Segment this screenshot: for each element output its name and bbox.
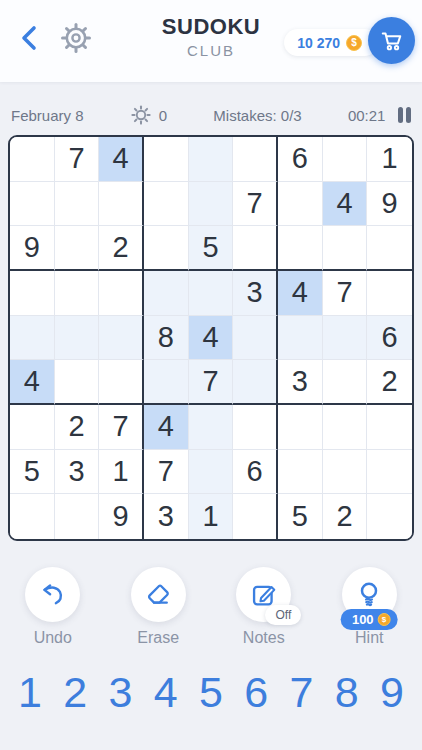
hint-coin-icon: $ xyxy=(378,613,391,626)
cell-r3c5[interactable]: 5 xyxy=(189,226,234,271)
toolbar: Undo Erase Off Notes xyxy=(0,567,422,647)
eraser-icon xyxy=(144,581,172,609)
cell-r5c5[interactable]: 4 xyxy=(189,316,234,361)
cell-r7c3[interactable]: 7 xyxy=(99,405,144,450)
cell-r9c4[interactable]: 3 xyxy=(144,494,189,539)
cell-r2c9[interactable]: 9 xyxy=(367,182,412,227)
hint-cost-amount: 100 xyxy=(352,612,374,627)
undo-circle xyxy=(25,567,80,622)
cell-r6c5[interactable]: 7 xyxy=(189,360,234,405)
cell-r8c6[interactable]: 6 xyxy=(233,450,278,495)
header: SUDOKU CLUB 10 270 $ xyxy=(0,0,422,82)
cell-r8c1[interactable]: 5 xyxy=(10,450,55,495)
cell-r9c2[interactable] xyxy=(55,494,100,539)
cell-r4c2[interactable] xyxy=(55,271,100,316)
cell-r9c7[interactable]: 5 xyxy=(278,494,323,539)
cell-r7c2[interactable]: 2 xyxy=(55,405,100,450)
numpad: 1 2 3 4 5 6 7 8 9 xyxy=(0,669,422,715)
cell-r7c1[interactable] xyxy=(10,405,55,450)
cell-r9c8[interactable]: 2 xyxy=(323,494,368,539)
cell-r7c6[interactable] xyxy=(233,405,278,450)
settings-button[interactable] xyxy=(58,20,94,56)
cell-r3c2[interactable] xyxy=(55,226,100,271)
coin-balance[interactable]: 10 270 $ xyxy=(284,29,378,56)
hint-label: Hint xyxy=(355,629,383,647)
cell-r5c6[interactable] xyxy=(233,316,278,361)
cell-r9c1[interactable] xyxy=(10,494,55,539)
pause-button[interactable] xyxy=(398,107,411,123)
cell-r1c6[interactable] xyxy=(233,137,278,182)
cell-r6c6[interactable] xyxy=(233,360,278,405)
cell-r5c2[interactable] xyxy=(55,316,100,361)
gear-icon xyxy=(58,20,94,56)
timer-label: 00:21 xyxy=(348,107,386,124)
cell-r4c4[interactable] xyxy=(144,271,189,316)
cell-r3c1[interactable]: 9 xyxy=(10,226,55,271)
cell-r1c2[interactable]: 7 xyxy=(55,137,100,182)
hint-button[interactable]: 100 $ Hint xyxy=(317,567,422,647)
cell-r4c8[interactable]: 7 xyxy=(323,271,368,316)
erase-circle xyxy=(131,567,186,622)
daily-challenge-counter: 0 xyxy=(130,104,167,126)
status-bar: February 8 0 Mistakes: 0/3 00:21 xyxy=(11,104,411,126)
cell-r7c4[interactable]: 4 xyxy=(144,405,189,450)
cell-r3c8[interactable] xyxy=(323,226,368,271)
cell-r6c3[interactable] xyxy=(99,360,144,405)
cell-r9c9[interactable] xyxy=(367,494,412,539)
mistakes-label: Mistakes: 0/3 xyxy=(213,107,301,124)
cell-r8c4[interactable]: 7 xyxy=(144,450,189,495)
sun-icon xyxy=(130,104,152,126)
hint-cost-badge: 100 $ xyxy=(341,609,398,630)
cell-r8c9[interactable] xyxy=(367,450,412,495)
undo-label: Undo xyxy=(34,629,72,647)
cell-r6c4[interactable] xyxy=(144,360,189,405)
erase-label: Erase xyxy=(137,629,179,647)
back-button[interactable] xyxy=(16,24,44,52)
daily-count-label: 0 xyxy=(159,107,167,124)
cell-r1c8[interactable] xyxy=(323,137,368,182)
cell-r1c4[interactable] xyxy=(144,137,189,182)
num-4[interactable]: 4 xyxy=(154,669,178,715)
erase-button[interactable]: Erase xyxy=(106,567,212,647)
cell-r4c9[interactable] xyxy=(367,271,412,316)
cell-r7c8[interactable] xyxy=(323,405,368,450)
hint-circle: 100 $ xyxy=(342,567,397,622)
cell-r2c3[interactable] xyxy=(99,182,144,227)
cell-r2c8[interactable]: 4 xyxy=(323,182,368,227)
cell-r7c7[interactable] xyxy=(278,405,323,450)
shop-button[interactable] xyxy=(368,17,415,64)
cell-r1c9[interactable]: 1 xyxy=(367,137,412,182)
num-9[interactable]: 9 xyxy=(380,669,404,715)
lightbulb-icon xyxy=(354,580,384,610)
cell-r3c6[interactable] xyxy=(233,226,278,271)
num-7[interactable]: 7 xyxy=(290,669,314,715)
cell-r3c4[interactable] xyxy=(144,226,189,271)
cell-r5c1[interactable] xyxy=(10,316,55,361)
notes-label: Notes xyxy=(243,629,285,647)
undo-button[interactable]: Undo xyxy=(0,567,106,647)
cell-r6c7[interactable]: 3 xyxy=(278,360,323,405)
num-3[interactable]: 3 xyxy=(109,669,133,715)
cell-r9c6[interactable] xyxy=(233,494,278,539)
cell-r9c3[interactable]: 9 xyxy=(99,494,144,539)
cell-r4c7[interactable]: 4 xyxy=(278,271,323,316)
back-chevron-icon xyxy=(16,24,44,52)
num-2[interactable]: 2 xyxy=(63,669,87,715)
cell-r4c5[interactable] xyxy=(189,271,234,316)
cell-r7c5[interactable] xyxy=(189,405,234,450)
cell-r6c2[interactable] xyxy=(55,360,100,405)
cell-r5c4[interactable]: 8 xyxy=(144,316,189,361)
notes-off-badge: Off xyxy=(265,605,301,625)
cell-r4c1[interactable] xyxy=(10,271,55,316)
cell-r5c3[interactable] xyxy=(99,316,144,361)
num-6[interactable]: 6 xyxy=(244,669,268,715)
cell-r8c5[interactable] xyxy=(189,450,234,495)
cell-r3c7[interactable] xyxy=(278,226,323,271)
cell-r6c9[interactable]: 2 xyxy=(367,360,412,405)
coin-amount: 10 270 xyxy=(297,35,340,51)
cell-r3c3[interactable]: 2 xyxy=(99,226,144,271)
board: 746174992534784647322745317693152 xyxy=(8,135,414,541)
cell-r5c8[interactable] xyxy=(323,316,368,361)
cell-r3c9[interactable] xyxy=(367,226,412,271)
cell-r1c7[interactable]: 6 xyxy=(278,137,323,182)
cell-r1c3[interactable]: 4 xyxy=(99,137,144,182)
cell-r4c3[interactable] xyxy=(99,271,144,316)
cell-r1c1[interactable] xyxy=(10,137,55,182)
num-8[interactable]: 8 xyxy=(335,669,359,715)
cell-r9c5[interactable]: 1 xyxy=(189,494,234,539)
num-5[interactable]: 5 xyxy=(199,669,223,715)
cell-r2c7[interactable] xyxy=(278,182,323,227)
cell-r2c6[interactable]: 7 xyxy=(233,182,278,227)
timer-group: 00:21 xyxy=(348,107,411,124)
undo-icon xyxy=(39,581,67,609)
cell-r8c2[interactable]: 3 xyxy=(55,450,100,495)
cell-r8c3[interactable]: 1 xyxy=(99,450,144,495)
cell-r5c9[interactable]: 6 xyxy=(367,316,412,361)
cart-icon xyxy=(379,28,405,54)
notes-circle: Off xyxy=(236,567,291,622)
notes-button[interactable]: Off Notes xyxy=(211,567,317,647)
cell-r8c7[interactable] xyxy=(278,450,323,495)
cell-r4c6[interactable]: 3 xyxy=(233,271,278,316)
cell-r2c1[interactable] xyxy=(10,182,55,227)
num-1[interactable]: 1 xyxy=(18,669,42,715)
cell-r2c5[interactable] xyxy=(189,182,234,227)
coin-icon: $ xyxy=(346,35,362,51)
cell-r7c9[interactable] xyxy=(367,405,412,450)
cell-r2c4[interactable] xyxy=(144,182,189,227)
cell-r1c5[interactable] xyxy=(189,137,234,182)
cell-r6c1[interactable]: 4 xyxy=(10,360,55,405)
cell-r8c8[interactable] xyxy=(323,450,368,495)
cell-r6c8[interactable] xyxy=(323,360,368,405)
cell-r5c7[interactable] xyxy=(278,316,323,361)
cell-r2c2[interactable] xyxy=(55,182,100,227)
date-label: February 8 xyxy=(11,107,84,124)
